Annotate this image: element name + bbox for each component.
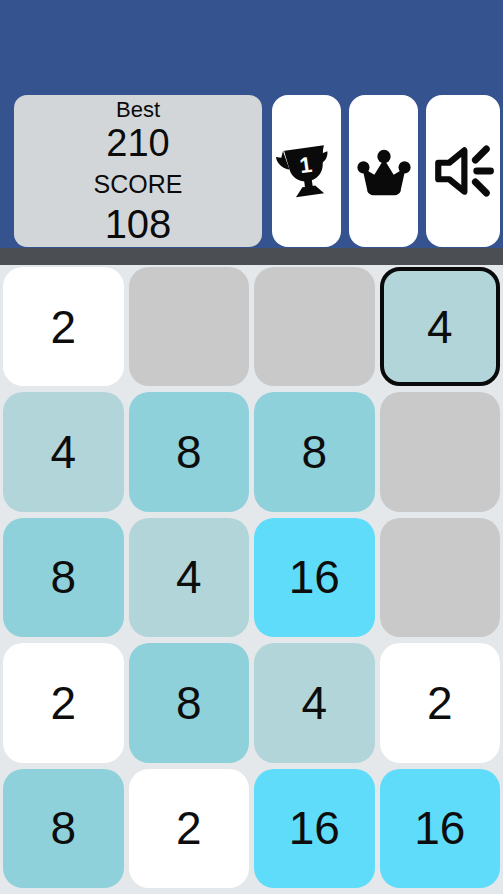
- divider-bar: [0, 248, 503, 265]
- crown-button[interactable]: [349, 95, 418, 247]
- tile-r4-c3-value-4: 4: [254, 643, 375, 762]
- sound-button[interactable]: [426, 95, 500, 247]
- best-value: 210: [106, 124, 169, 162]
- speaker-on-icon: [430, 138, 496, 204]
- score-value: 108: [105, 204, 172, 244]
- tile-r1-c1-value-2: 2: [3, 267, 124, 386]
- tile-r4-c2-value-8: 8: [129, 643, 250, 762]
- crown-icon: [355, 142, 413, 200]
- score-label: SCORE: [94, 172, 183, 197]
- score-panel: Best 210 SCORE 108: [14, 95, 262, 247]
- tile-r1-c2-empty: [129, 267, 250, 386]
- tile-r5-c4-value-16: 16: [380, 769, 501, 888]
- tile-r3-c3-value-16: 16: [254, 518, 375, 637]
- tile-r1-c3-empty: [254, 267, 375, 386]
- tile-r2-c3-value-8: 8: [254, 392, 375, 511]
- tile-r2-c2-value-8: 8: [129, 392, 250, 511]
- tile-r5-c1-value-8: 8: [3, 769, 124, 888]
- tile-r5-c2-value-2: 2: [129, 769, 250, 888]
- header-button-row: 1: [272, 95, 500, 247]
- tile-r3-c2-value-4: 4: [129, 518, 250, 637]
- game-screen: Best 210 SCORE 108 1: [0, 0, 503, 894]
- trophy-button[interactable]: 1: [272, 95, 341, 247]
- tile-r4-c1-value-2: 2: [3, 643, 124, 762]
- tile-r2-c1-value-4: 4: [3, 392, 124, 511]
- board[interactable]: 2448884162842821616: [0, 265, 503, 894]
- trophy-1-icon: 1: [276, 140, 338, 202]
- tile-r2-c4-empty: [380, 392, 501, 511]
- tile-r1-c4-value-4: 4: [380, 267, 501, 386]
- best-label: Best: [116, 99, 160, 121]
- tile-r4-c4-value-2: 2: [380, 643, 501, 762]
- header: Best 210 SCORE 108 1: [0, 0, 503, 248]
- tile-r3-c4-empty: [380, 518, 501, 637]
- tile-r3-c1-value-8: 8: [3, 518, 124, 637]
- tile-r5-c3-value-16: 16: [254, 769, 375, 888]
